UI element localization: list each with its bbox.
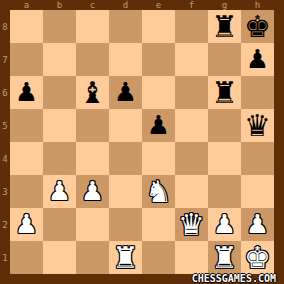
- piece-white-pawn-b3: ♟: [48, 175, 71, 208]
- square-e3[interactable]: ♞: [142, 175, 175, 208]
- square-c3[interactable]: ♟: [76, 175, 109, 208]
- square-g6[interactable]: ♜: [208, 76, 241, 109]
- square-c2[interactable]: [76, 208, 109, 241]
- piece-black-pawn-h7: ♟: [246, 43, 269, 76]
- file-label-c: c: [76, 0, 109, 10]
- square-b7[interactable]: [43, 43, 76, 76]
- square-e4[interactable]: [142, 142, 175, 175]
- watermark-text: CHESSGAMES.COM: [192, 273, 276, 284]
- square-c8[interactable]: [76, 10, 109, 43]
- square-d4[interactable]: [109, 142, 142, 175]
- square-a3[interactable]: [10, 175, 43, 208]
- square-a8[interactable]: [10, 10, 43, 43]
- piece-white-knight-e3: ♞: [145, 175, 172, 208]
- square-a2[interactable]: ♟: [10, 208, 43, 241]
- square-h7[interactable]: ♟: [241, 43, 274, 76]
- square-h4[interactable]: [241, 142, 274, 175]
- piece-black-bishop-c6: ♝: [79, 76, 106, 109]
- square-f8[interactable]: [175, 10, 208, 43]
- square-e7[interactable]: [142, 43, 175, 76]
- square-g1[interactable]: ♜: [208, 241, 241, 274]
- rank-label-4: 4: [0, 142, 10, 175]
- square-e5[interactable]: ♟: [142, 109, 175, 142]
- square-g8[interactable]: ♜: [208, 10, 241, 43]
- square-h8[interactable]: ♚: [241, 10, 274, 43]
- rank-label-5: 5: [0, 109, 10, 142]
- square-a4[interactable]: [10, 142, 43, 175]
- square-f1[interactable]: [175, 241, 208, 274]
- piece-black-king-h8: ♚: [244, 10, 271, 43]
- square-f4[interactable]: [175, 142, 208, 175]
- square-f2[interactable]: ♛: [175, 208, 208, 241]
- square-b2[interactable]: [43, 208, 76, 241]
- piece-white-rook-d1: ♜: [112, 241, 139, 274]
- square-f5[interactable]: [175, 109, 208, 142]
- rank-label-2: 2: [0, 208, 10, 241]
- board: ♜♚♟♟♝♟♜♟♛♟♟♞♟♛♟♟♜♜♚: [10, 10, 274, 274]
- square-c7[interactable]: [76, 43, 109, 76]
- square-b6[interactable]: [43, 76, 76, 109]
- square-d7[interactable]: [109, 43, 142, 76]
- rank-label-7: 7: [0, 43, 10, 76]
- square-h5[interactable]: ♛: [241, 109, 274, 142]
- piece-black-pawn-e5: ♟: [147, 109, 170, 142]
- square-b5[interactable]: [43, 109, 76, 142]
- square-c6[interactable]: ♝: [76, 76, 109, 109]
- square-g4[interactable]: [208, 142, 241, 175]
- square-d6[interactable]: ♟: [109, 76, 142, 109]
- square-g2[interactable]: ♟: [208, 208, 241, 241]
- piece-white-pawn-a2: ♟: [15, 208, 38, 241]
- square-e2[interactable]: [142, 208, 175, 241]
- piece-white-queen-f2: ♛: [178, 208, 205, 241]
- file-label-d: d: [109, 0, 142, 10]
- square-d2[interactable]: [109, 208, 142, 241]
- piece-black-rook-g8: ♜: [211, 10, 238, 43]
- square-h3[interactable]: [241, 175, 274, 208]
- piece-white-pawn-c3: ♟: [81, 175, 104, 208]
- square-f7[interactable]: [175, 43, 208, 76]
- square-b3[interactable]: ♟: [43, 175, 76, 208]
- square-e1[interactable]: [142, 241, 175, 274]
- rank-labels: 87654321: [0, 10, 10, 274]
- piece-white-pawn-g2: ♟: [213, 208, 236, 241]
- rank-label-1: 1: [0, 241, 10, 274]
- piece-black-pawn-a6: ♟: [15, 76, 38, 109]
- file-label-a: a: [10, 0, 43, 10]
- file-label-e: e: [142, 0, 175, 10]
- piece-black-pawn-d6: ♟: [114, 76, 137, 109]
- square-b8[interactable]: [43, 10, 76, 43]
- square-a5[interactable]: [10, 109, 43, 142]
- square-d8[interactable]: [109, 10, 142, 43]
- square-h6[interactable]: [241, 76, 274, 109]
- piece-white-king-h1: ♚: [244, 241, 271, 274]
- square-h2[interactable]: ♟: [241, 208, 274, 241]
- square-d5[interactable]: [109, 109, 142, 142]
- square-a1[interactable]: [10, 241, 43, 274]
- rank-label-8: 8: [0, 10, 10, 43]
- square-c4[interactable]: [76, 142, 109, 175]
- square-g7[interactable]: [208, 43, 241, 76]
- square-h1[interactable]: ♚: [241, 241, 274, 274]
- square-e8[interactable]: [142, 10, 175, 43]
- square-a7[interactable]: [10, 43, 43, 76]
- square-c5[interactable]: [76, 109, 109, 142]
- file-label-b: b: [43, 0, 76, 10]
- square-e6[interactable]: [142, 76, 175, 109]
- square-d1[interactable]: ♜: [109, 241, 142, 274]
- square-f3[interactable]: [175, 175, 208, 208]
- piece-white-pawn-h2: ♟: [246, 208, 269, 241]
- square-g3[interactable]: [208, 175, 241, 208]
- rank-label-3: 3: [0, 175, 10, 208]
- square-a6[interactable]: ♟: [10, 76, 43, 109]
- piece-white-rook-g1: ♜: [211, 241, 238, 274]
- square-c1[interactable]: [76, 241, 109, 274]
- square-f6[interactable]: [175, 76, 208, 109]
- square-g5[interactable]: [208, 109, 241, 142]
- square-b4[interactable]: [43, 142, 76, 175]
- rank-label-6: 6: [0, 76, 10, 109]
- piece-black-queen-h5: ♛: [244, 109, 271, 142]
- file-label-f: f: [175, 0, 208, 10]
- chess-board-frame: abcdefgh 87654321 ♜♚♟♟♝♟♜♟♛♟♟♞♟♛♟♟♜♜♚ CH…: [0, 0, 284, 284]
- square-b1[interactable]: [43, 241, 76, 274]
- square-d3[interactable]: [109, 175, 142, 208]
- piece-black-rook-g6: ♜: [211, 76, 238, 109]
